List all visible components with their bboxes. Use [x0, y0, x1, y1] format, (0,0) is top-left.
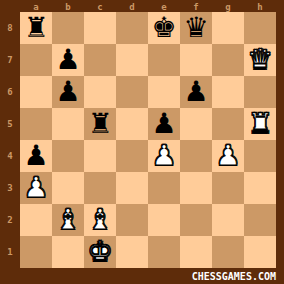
piece-white-queen[interactable]: ♛	[247, 44, 272, 76]
square-h6[interactable]	[244, 76, 276, 108]
rank-label-2: 2	[0, 204, 20, 236]
square-d5[interactable]	[116, 108, 148, 140]
square-d3[interactable]	[116, 172, 148, 204]
square-g5[interactable]	[212, 108, 244, 140]
rank-label-8: 8	[0, 12, 20, 44]
square-g3[interactable]	[212, 172, 244, 204]
square-g2[interactable]	[212, 204, 244, 236]
square-f8[interactable]: ♛	[180, 12, 212, 44]
file-label-h: h	[244, 0, 276, 12]
square-g8[interactable]	[212, 12, 244, 44]
square-b6[interactable]: ♟	[52, 76, 84, 108]
piece-white-pawn[interactable]: ♟	[215, 140, 240, 172]
square-f7[interactable]	[180, 44, 212, 76]
square-b3[interactable]	[52, 172, 84, 204]
square-f4[interactable]	[180, 140, 212, 172]
square-c3[interactable]	[84, 172, 116, 204]
rank-label-5: 5	[0, 108, 20, 140]
rank-label-7: 7	[0, 44, 20, 76]
square-b2[interactable]: ♝	[52, 204, 84, 236]
rank-label-3: 3	[0, 172, 20, 204]
file-label-g: g	[212, 0, 244, 12]
square-h3[interactable]	[244, 172, 276, 204]
square-h4[interactable]	[244, 140, 276, 172]
file-label-e: e	[148, 0, 180, 12]
square-c8[interactable]	[84, 12, 116, 44]
square-g6[interactable]	[212, 76, 244, 108]
square-c6[interactable]	[84, 76, 116, 108]
piece-white-pawn[interactable]: ♟	[151, 140, 176, 172]
square-c5[interactable]: ♜	[84, 108, 116, 140]
square-e1[interactable]	[148, 236, 180, 268]
piece-white-bishop[interactable]: ♝	[55, 204, 80, 236]
square-g4[interactable]: ♟	[212, 140, 244, 172]
site-credit: CHESSGAMES.COM	[192, 271, 276, 282]
piece-black-king[interactable]: ♚	[151, 12, 176, 44]
square-d7[interactable]	[116, 44, 148, 76]
square-f2[interactable]	[180, 204, 212, 236]
square-e8[interactable]: ♚	[148, 12, 180, 44]
piece-black-pawn[interactable]: ♟	[183, 76, 208, 108]
square-g7[interactable]	[212, 44, 244, 76]
piece-black-pawn[interactable]: ♟	[151, 108, 176, 140]
piece-white-king[interactable]: ♚	[87, 236, 112, 268]
square-e6[interactable]	[148, 76, 180, 108]
square-d4[interactable]	[116, 140, 148, 172]
square-h2[interactable]	[244, 204, 276, 236]
square-c1[interactable]: ♚	[84, 236, 116, 268]
square-d2[interactable]	[116, 204, 148, 236]
square-d1[interactable]	[116, 236, 148, 268]
square-g1[interactable]	[212, 236, 244, 268]
square-h7[interactable]: ♛	[244, 44, 276, 76]
file-labels: abcdefgh	[20, 0, 276, 12]
piece-black-rook[interactable]: ♜	[23, 12, 48, 44]
piece-black-pawn[interactable]: ♟	[23, 140, 48, 172]
square-b5[interactable]	[52, 108, 84, 140]
piece-black-queen[interactable]: ♛	[183, 12, 208, 44]
square-h8[interactable]	[244, 12, 276, 44]
square-f1[interactable]	[180, 236, 212, 268]
square-d8[interactable]	[116, 12, 148, 44]
square-h5[interactable]: ♜	[244, 108, 276, 140]
square-b4[interactable]	[52, 140, 84, 172]
rank-label-6: 6	[0, 76, 20, 108]
rank-labels: 87654321	[0, 12, 20, 268]
square-f6[interactable]: ♟	[180, 76, 212, 108]
square-b1[interactable]	[52, 236, 84, 268]
square-d6[interactable]	[116, 76, 148, 108]
rank-label-4: 4	[0, 140, 20, 172]
piece-white-rook[interactable]: ♜	[247, 108, 272, 140]
square-a2[interactable]	[20, 204, 52, 236]
square-f3[interactable]	[180, 172, 212, 204]
square-b7[interactable]: ♟	[52, 44, 84, 76]
square-c4[interactable]	[84, 140, 116, 172]
file-label-d: d	[116, 0, 148, 12]
square-a3[interactable]: ♟	[20, 172, 52, 204]
square-h1[interactable]	[244, 236, 276, 268]
square-a6[interactable]	[20, 76, 52, 108]
square-a8[interactable]: ♜	[20, 12, 52, 44]
chess-diagram: abcdefgh 87654321 ♜♚♛♟♛♟♟♜♟♜♟♟♟♟♝♝♚ CHES…	[0, 0, 284, 284]
square-b8[interactable]	[52, 12, 84, 44]
file-label-f: f	[180, 0, 212, 12]
file-label-c: c	[84, 0, 116, 12]
piece-black-pawn[interactable]: ♟	[55, 44, 80, 76]
square-a5[interactable]	[20, 108, 52, 140]
file-label-a: a	[20, 0, 52, 12]
square-f5[interactable]	[180, 108, 212, 140]
piece-black-pawn[interactable]: ♟	[55, 76, 80, 108]
square-e2[interactable]	[148, 204, 180, 236]
file-label-b: b	[52, 0, 84, 12]
chess-board: ♜♚♛♟♛♟♟♜♟♜♟♟♟♟♝♝♚	[20, 12, 276, 268]
square-a1[interactable]	[20, 236, 52, 268]
square-e4[interactable]: ♟	[148, 140, 180, 172]
square-e7[interactable]	[148, 44, 180, 76]
piece-white-bishop[interactable]: ♝	[87, 204, 112, 236]
piece-black-rook[interactable]: ♜	[87, 108, 112, 140]
square-a7[interactable]	[20, 44, 52, 76]
piece-white-pawn[interactable]: ♟	[23, 172, 48, 204]
square-c2[interactable]: ♝	[84, 204, 116, 236]
square-e5[interactable]: ♟	[148, 108, 180, 140]
square-c7[interactable]	[84, 44, 116, 76]
square-e3[interactable]	[148, 172, 180, 204]
square-a4[interactable]: ♟	[20, 140, 52, 172]
rank-label-1: 1	[0, 236, 20, 268]
